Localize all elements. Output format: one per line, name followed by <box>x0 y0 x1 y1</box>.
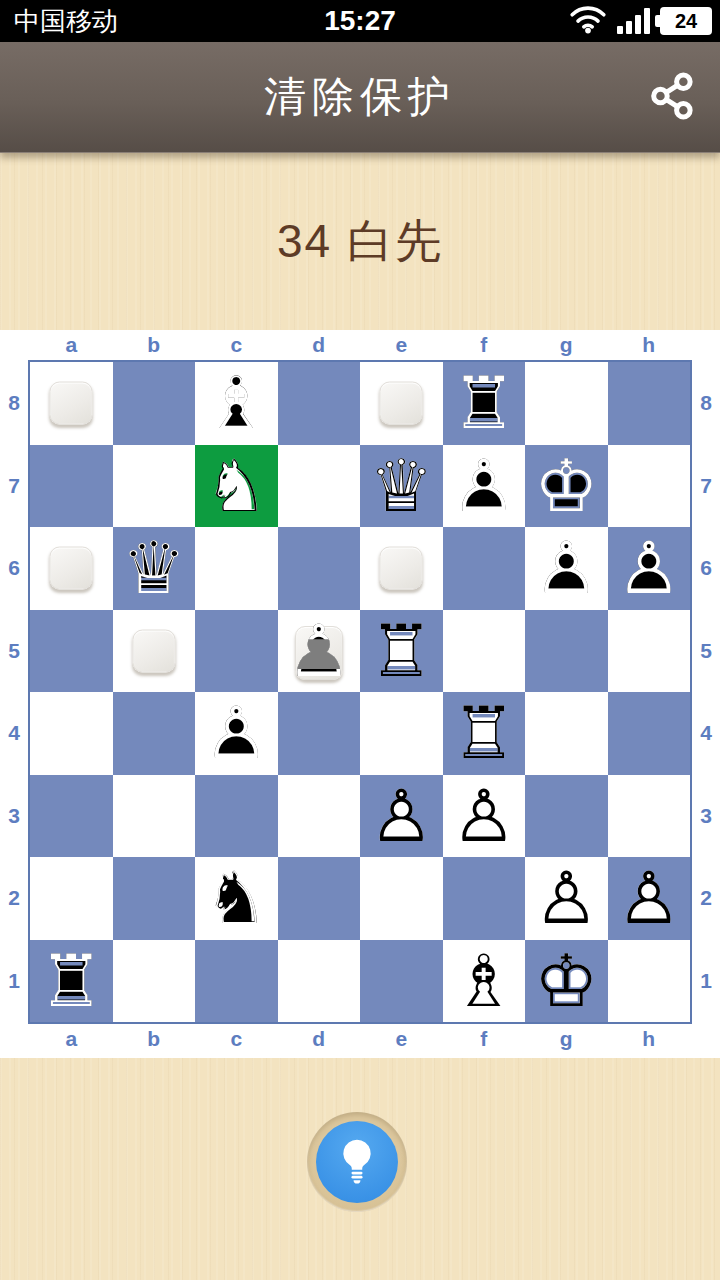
piece-white-rook[interactable]: ♜♖ <box>443 692 526 775</box>
square-d1[interactable] <box>278 940 361 1023</box>
coord-label-b: b <box>113 1025 196 1053</box>
square-g1[interactable]: ♚♔ <box>525 940 608 1023</box>
square-a1[interactable]: ♜♖ <box>30 940 113 1023</box>
square-f8[interactable]: ♜♖ <box>443 362 526 445</box>
square-e1[interactable] <box>360 940 443 1023</box>
hint-marker <box>50 547 93 590</box>
piece-black-pawn[interactable]: ♟♙ <box>608 527 691 610</box>
square-a4[interactable] <box>30 692 113 775</box>
coord-label-d: d <box>278 1025 361 1053</box>
share-button[interactable] <box>642 66 704 128</box>
square-d2[interactable] <box>278 857 361 940</box>
coord-label-g: g <box>525 1025 608 1053</box>
square-d5[interactable]: ♟♙♟ <box>278 610 361 693</box>
piece-white-pawn[interactable]: ♟♙ <box>608 857 691 940</box>
wifi-icon <box>569 4 607 38</box>
piece-black-pawn[interactable]: ♟♙ <box>525 527 608 610</box>
coord-label-8: 8 <box>0 362 28 445</box>
square-e3[interactable]: ♟♙ <box>360 775 443 858</box>
square-g5[interactable] <box>525 610 608 693</box>
rank-labels-right: 87654321 <box>692 362 720 1022</box>
lightbulb-icon <box>338 1138 376 1187</box>
rank-labels-left: 87654321 <box>0 362 28 1022</box>
square-g8[interactable] <box>525 362 608 445</box>
share-icon <box>649 72 697 123</box>
square-b5[interactable] <box>113 610 196 693</box>
piece-black-bishop[interactable]: ♝♗ <box>195 362 278 445</box>
hint-marker <box>132 629 175 672</box>
square-h5[interactable] <box>608 610 691 693</box>
board-panel: abcdefgh 87654321 ♝♗♜♖♞♘♛♕♟♙♚♔♛♕♟♙♟♙♟♙♟♜… <box>0 330 720 1058</box>
square-f6[interactable] <box>443 527 526 610</box>
piece-black-queen[interactable]: ♛♕ <box>113 527 196 610</box>
coord-label-e: e <box>360 331 443 359</box>
square-h1[interactable] <box>608 940 691 1023</box>
square-c7[interactable]: ♞♘ <box>195 445 278 528</box>
square-d3[interactable] <box>278 775 361 858</box>
piece-black-king[interactable]: ♚♔ <box>525 445 608 528</box>
coord-label-6: 6 <box>692 527 720 610</box>
square-h2[interactable]: ♟♙ <box>608 857 691 940</box>
signal-icon <box>617 8 650 34</box>
piece-white-pawn[interactable]: ♟♙ <box>360 775 443 858</box>
square-b6[interactable]: ♛♕ <box>113 527 196 610</box>
square-b2[interactable] <box>113 857 196 940</box>
square-e4[interactable] <box>360 692 443 775</box>
square-f7[interactable]: ♟♙ <box>443 445 526 528</box>
square-a2[interactable] <box>30 857 113 940</box>
coord-label-f: f <box>443 331 526 359</box>
coord-label-1: 1 <box>0 940 28 1023</box>
coord-label-3: 3 <box>692 775 720 858</box>
battery-indicator: 24 <box>660 7 712 35</box>
square-a6[interactable] <box>30 527 113 610</box>
piece-white-bishop[interactable]: ♝♗ <box>443 940 526 1023</box>
square-h4[interactable] <box>608 692 691 775</box>
coord-label-e: e <box>360 1025 443 1053</box>
coord-label-g: g <box>525 331 608 359</box>
square-d7[interactable] <box>278 445 361 528</box>
coord-label-h: h <box>608 1025 691 1053</box>
square-g2[interactable]: ♟♙ <box>525 857 608 940</box>
square-f3[interactable]: ♟♙ <box>443 775 526 858</box>
square-c1[interactable] <box>195 940 278 1023</box>
coord-label-h: h <box>608 331 691 359</box>
square-e8[interactable] <box>360 362 443 445</box>
square-e2[interactable] <box>360 857 443 940</box>
title-bar: 清除保护 <box>0 42 720 153</box>
square-f5[interactable] <box>443 610 526 693</box>
puzzle-section: 34 白先 <box>0 153 720 330</box>
square-f2[interactable] <box>443 857 526 940</box>
square-h3[interactable] <box>608 775 691 858</box>
coord-label-5: 5 <box>692 610 720 693</box>
square-h6[interactable]: ♟♙ <box>608 527 691 610</box>
piece-white-pawn[interactable]: ♟♙ <box>443 775 526 858</box>
page-title: 清除保护 <box>264 69 456 125</box>
square-f4[interactable]: ♜♖ <box>443 692 526 775</box>
piece-black-rook[interactable]: ♜♖ <box>30 940 113 1023</box>
status-icons: 24 <box>569 4 712 38</box>
hint-button-circle <box>316 1121 398 1203</box>
hint-marker <box>380 547 423 590</box>
square-c4[interactable]: ♟♙ <box>195 692 278 775</box>
square-e5[interactable]: ♜♖ <box>360 610 443 693</box>
square-d6[interactable] <box>278 527 361 610</box>
hint-marker <box>380 382 423 425</box>
square-d4[interactable] <box>278 692 361 775</box>
piece-black-knight[interactable]: ♞♘ <box>195 857 278 940</box>
square-h8[interactable] <box>608 362 691 445</box>
square-e7[interactable]: ♛♕ <box>360 445 443 528</box>
file-labels-bottom: abcdefgh <box>30 1025 690 1053</box>
hint-marker <box>50 382 93 425</box>
coord-label-f: f <box>443 1025 526 1053</box>
square-b7[interactable] <box>113 445 196 528</box>
square-a3[interactable] <box>30 775 113 858</box>
square-b1[interactable] <box>113 940 196 1023</box>
square-g6[interactable]: ♟♙ <box>525 527 608 610</box>
piece-white-pawn[interactable]: ♟♙ <box>525 857 608 940</box>
chess-board: ♝♗♜♖♞♘♛♕♟♙♚♔♛♕♟♙♟♙♟♙♟♜♖♟♙♜♖♟♙♟♙♞♘♟♙♟♙♜♖♝… <box>28 360 692 1024</box>
coord-label-c: c <box>195 331 278 359</box>
coord-label-1: 1 <box>692 940 720 1023</box>
coord-label-a: a <box>30 1025 113 1053</box>
coord-label-4: 4 <box>0 692 28 775</box>
piece-black-pawn[interactable]: ♟♙ <box>195 692 278 775</box>
piece-white-rook[interactable]: ♜♖ <box>360 610 443 693</box>
square-e6[interactable] <box>360 527 443 610</box>
piece-black-rook[interactable]: ♜♖ <box>443 362 526 445</box>
square-b4[interactable] <box>113 692 196 775</box>
square-c6[interactable] <box>195 527 278 610</box>
coord-label-c: c <box>195 1025 278 1053</box>
coord-label-7: 7 <box>0 445 28 528</box>
coord-label-d: d <box>278 331 361 359</box>
square-f1[interactable]: ♝♗ <box>443 940 526 1023</box>
coord-label-3: 3 <box>0 775 28 858</box>
coord-label-a: a <box>30 331 113 359</box>
square-a8[interactable] <box>30 362 113 445</box>
footer <box>0 1058 720 1280</box>
coord-label-6: 6 <box>0 527 28 610</box>
square-a5[interactable] <box>30 610 113 693</box>
coord-label-b: b <box>113 331 196 359</box>
square-a7[interactable] <box>30 445 113 528</box>
piece-white-king[interactable]: ♚♔ <box>525 940 608 1023</box>
piece-black-pawn[interactable]: ♟♙ <box>443 445 526 528</box>
coord-label-8: 8 <box>692 362 720 445</box>
square-b8[interactable] <box>113 362 196 445</box>
puzzle-heading: 34 白先 <box>277 211 443 273</box>
square-c8[interactable]: ♝♗ <box>195 362 278 445</box>
square-c3[interactable] <box>195 775 278 858</box>
file-labels-top: abcdefgh <box>30 331 690 359</box>
coord-label-2: 2 <box>0 857 28 940</box>
square-g7[interactable]: ♚♔ <box>525 445 608 528</box>
coord-label-5: 5 <box>0 610 28 693</box>
puzzle-screen: { "status_bar": { "carrier": "中国移动", "ti… <box>0 0 720 1280</box>
piece-black-pawn[interactable]: ♟♙♟ <box>278 610 361 693</box>
status-bar: 中国移动 15:27 24 <box>0 0 720 42</box>
coord-label-2: 2 <box>692 857 720 940</box>
square-b3[interactable] <box>113 775 196 858</box>
square-c5[interactable] <box>195 610 278 693</box>
square-g3[interactable] <box>525 775 608 858</box>
coord-label-7: 7 <box>692 445 720 528</box>
coord-label-4: 4 <box>692 692 720 775</box>
piece-white-queen[interactable]: ♛♕ <box>360 445 443 528</box>
square-c2[interactable]: ♞♘ <box>195 857 278 940</box>
hint-button[interactable] <box>307 1112 407 1212</box>
square-g4[interactable] <box>525 692 608 775</box>
piece-white-knight[interactable]: ♞♘ <box>195 445 278 528</box>
square-h7[interactable] <box>608 445 691 528</box>
battery-level: 24 <box>675 10 697 33</box>
square-d8[interactable] <box>278 362 361 445</box>
